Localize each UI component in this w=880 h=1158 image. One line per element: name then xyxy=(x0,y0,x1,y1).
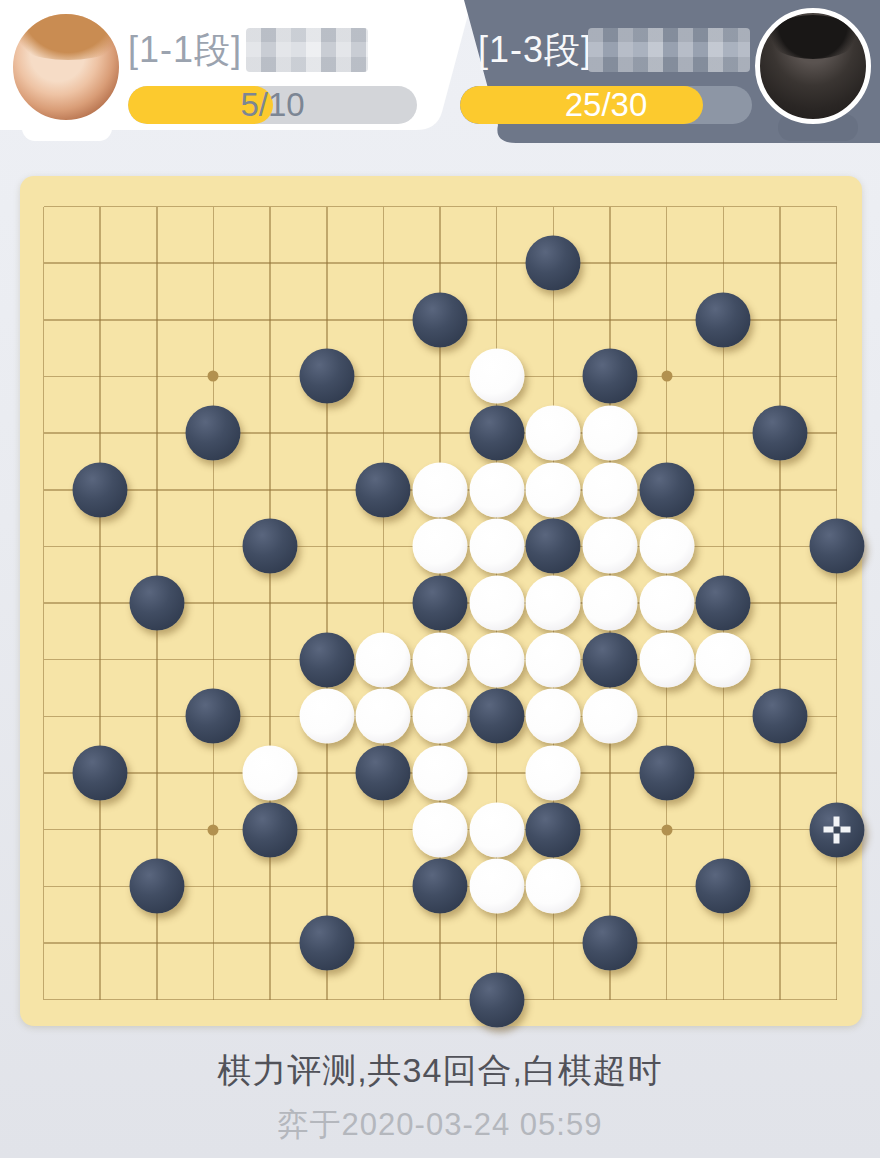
black-stone xyxy=(639,746,694,801)
black-stone xyxy=(413,292,468,347)
white-stone xyxy=(469,576,524,631)
white-stone xyxy=(526,689,581,744)
white-stone xyxy=(469,462,524,517)
gomoku-board[interactable] xyxy=(20,176,862,1026)
black-stone xyxy=(583,632,638,687)
black-stone xyxy=(186,406,241,461)
black-stone xyxy=(639,462,694,517)
black-stone xyxy=(583,349,638,404)
black-stone xyxy=(469,689,524,744)
black-stone xyxy=(129,859,184,914)
black-stone xyxy=(583,915,638,970)
white-stone xyxy=(413,746,468,801)
black-stone xyxy=(356,746,411,801)
right-player-avatar[interactable] xyxy=(755,8,871,124)
black-stone xyxy=(469,972,524,1027)
footer: 棋力评测,共34回合,白棋超时 弈于2020-03-24 05:59 xyxy=(0,1048,880,1146)
black-stone xyxy=(526,519,581,574)
white-stone xyxy=(413,802,468,857)
white-stone xyxy=(696,632,751,687)
black-stone xyxy=(356,462,411,517)
right-player-progress-bar: 25/30 xyxy=(460,86,752,124)
white-stone xyxy=(639,632,694,687)
white-stone xyxy=(639,576,694,631)
black-stone xyxy=(413,576,468,631)
white-stone xyxy=(413,632,468,687)
black-stone xyxy=(809,519,864,574)
white-stone xyxy=(243,746,298,801)
white-stone xyxy=(469,802,524,857)
white-stone xyxy=(583,406,638,461)
black-stone xyxy=(73,462,128,517)
white-stone xyxy=(583,689,638,744)
white-stone xyxy=(356,632,411,687)
star-point xyxy=(208,824,219,835)
right-progress-label: 25/30 xyxy=(460,86,752,124)
black-stone xyxy=(73,746,128,801)
black-stone xyxy=(299,915,354,970)
white-stone xyxy=(413,689,468,744)
white-stone xyxy=(583,462,638,517)
white-stone xyxy=(469,632,524,687)
grid-line-h xyxy=(44,999,837,1001)
left-player-progress-bar: 5/10 xyxy=(128,86,417,124)
black-stone xyxy=(809,802,864,857)
star-point xyxy=(661,371,672,382)
white-stone xyxy=(583,576,638,631)
black-stone xyxy=(526,802,581,857)
white-stone xyxy=(299,689,354,744)
last-move-marker xyxy=(809,802,864,857)
grid-line-h xyxy=(44,942,837,944)
white-stone xyxy=(356,689,411,744)
avatar-photo xyxy=(768,15,858,59)
header: [1-1段] 5/10 [1-3段] 25/30 xyxy=(0,0,880,150)
black-stone xyxy=(526,236,581,291)
left-player-rank: [1-1段] xyxy=(128,26,242,75)
left-player-censored-name xyxy=(246,28,368,72)
white-stone xyxy=(639,519,694,574)
black-stone xyxy=(752,406,807,461)
star-point xyxy=(661,824,672,835)
white-stone xyxy=(526,859,581,914)
game-date-text: 弈于2020-03-24 05:59 xyxy=(0,1104,880,1146)
black-stone xyxy=(469,406,524,461)
white-stone xyxy=(526,632,581,687)
black-stone xyxy=(299,349,354,404)
black-stone xyxy=(129,576,184,631)
black-stone xyxy=(696,292,751,347)
white-stone xyxy=(413,519,468,574)
white-stone xyxy=(469,519,524,574)
grid-line-v xyxy=(779,207,781,1000)
left-progress-label: 5/10 xyxy=(128,86,417,124)
white-stone xyxy=(469,859,524,914)
black-stone xyxy=(299,632,354,687)
white-stone xyxy=(526,462,581,517)
white-stone xyxy=(469,349,524,404)
black-stone xyxy=(413,859,468,914)
white-stone xyxy=(583,519,638,574)
black-stone xyxy=(186,689,241,744)
right-player-rank: [1-3段] xyxy=(478,26,592,75)
black-stone xyxy=(752,689,807,744)
left-player-avatar[interactable] xyxy=(8,9,124,125)
white-stone xyxy=(526,576,581,631)
star-point xyxy=(208,371,219,382)
black-stone xyxy=(696,576,751,631)
right-player-censored-name xyxy=(588,28,750,72)
white-stone xyxy=(526,406,581,461)
white-stone xyxy=(526,746,581,801)
black-stone xyxy=(696,859,751,914)
black-stone xyxy=(243,519,298,574)
black-stone xyxy=(243,802,298,857)
game-result-text: 棋力评测,共34回合,白棋超时 xyxy=(0,1048,880,1094)
white-stone xyxy=(413,462,468,517)
grid-line-v xyxy=(836,207,838,1000)
